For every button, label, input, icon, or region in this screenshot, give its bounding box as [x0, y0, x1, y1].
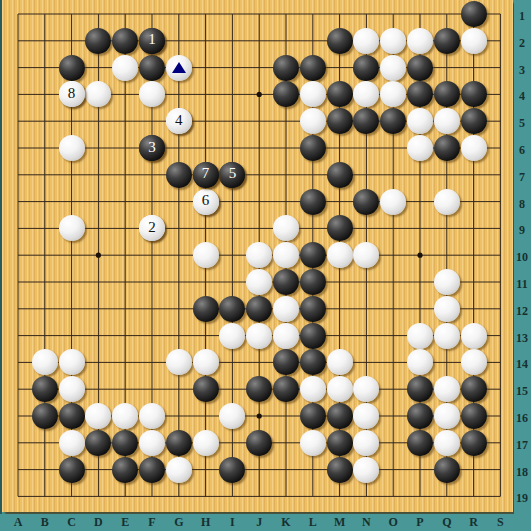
black-stone-R17[interactable]: ●: [461, 430, 487, 456]
row-label-17: 17: [516, 437, 528, 452]
row-label-14: 14: [516, 357, 528, 372]
row-label-11: 11: [516, 277, 527, 292]
move-1-black-stone[interactable]: 1: [139, 28, 165, 54]
row-label-3: 3: [519, 62, 525, 77]
black-stone-L8[interactable]: ●: [300, 189, 326, 215]
white-stone-Q12[interactable]: ○: [434, 296, 460, 322]
black-stone-Q2[interactable]: ●: [434, 28, 460, 54]
move-number-label: 3: [148, 140, 156, 155]
black-stone-G17[interactable]: ●: [166, 430, 192, 456]
white-stone-C15[interactable]: ○: [59, 376, 85, 402]
black-stone-B15[interactable]: ●: [32, 376, 58, 402]
black-stone-P3[interactable]: ●: [407, 55, 433, 81]
black-stone-R15[interactable]: ●: [461, 376, 487, 402]
white-stone-F16[interactable]: ○: [139, 403, 165, 429]
black-stone-M5[interactable]: ●: [327, 108, 353, 134]
white-stone-F17[interactable]: ○: [139, 430, 165, 456]
black-stone-H12[interactable]: ●: [193, 296, 219, 322]
black-stone-L16[interactable]: ●: [300, 403, 326, 429]
column-label-I: I: [230, 515, 235, 530]
column-label-E: E: [121, 515, 129, 530]
white-stone-O3[interactable]: ○: [380, 55, 406, 81]
row-label-15: 15: [516, 384, 528, 399]
black-stone-R1[interactable]: ●: [461, 1, 487, 27]
column-label-P: P: [416, 515, 423, 530]
white-stone-M14[interactable]: ○: [327, 349, 353, 375]
white-stone-Q15[interactable]: ○: [434, 376, 460, 402]
move-4-white-stone[interactable]: 4: [166, 108, 192, 134]
black-stone-L12[interactable]: ●: [300, 296, 326, 322]
column-label-O: O: [389, 515, 398, 530]
column-label-G: G: [174, 515, 183, 530]
row-label-10: 10: [516, 250, 528, 265]
black-stone-L13[interactable]: ●: [300, 323, 326, 349]
column-label-Q: Q: [442, 515, 451, 530]
column-label-H: H: [201, 515, 210, 530]
row-label-18: 18: [516, 464, 528, 479]
black-stone-E18[interactable]: ●: [112, 457, 138, 483]
black-stone-G7[interactable]: ●: [166, 162, 192, 188]
black-stone-L10[interactable]: ●: [300, 242, 326, 268]
move-number-label: 5: [229, 166, 237, 181]
move-number-label: 6: [202, 193, 210, 208]
row-label-9: 9: [519, 223, 525, 238]
white-stone-E3[interactable]: ○: [112, 55, 138, 81]
black-stone-P15[interactable]: ●: [407, 376, 433, 402]
white-stone-C6[interactable]: ○: [59, 135, 85, 161]
white-stone-R13[interactable]: ○: [461, 323, 487, 349]
black-stone-K15[interactable]: ●: [273, 376, 299, 402]
white-stone-Q17[interactable]: ○: [434, 430, 460, 456]
black-stone-L14[interactable]: ●: [300, 349, 326, 375]
black-stone-H15[interactable]: ●: [193, 376, 219, 402]
white-stone-H10[interactable]: ○: [193, 242, 219, 268]
row-label-1: 1: [519, 9, 525, 24]
white-stone-C9[interactable]: ○: [59, 215, 85, 241]
column-label-K: K: [281, 515, 290, 530]
row-label-8: 8: [519, 196, 525, 211]
black-stone-J17[interactable]: ●: [246, 430, 272, 456]
white-stone-G14[interactable]: ○: [166, 349, 192, 375]
white-stone-L4[interactable]: ○: [300, 81, 326, 107]
row-label-6: 6: [519, 143, 525, 158]
white-stone-Q13[interactable]: ○: [434, 323, 460, 349]
white-stone-E16[interactable]: ○: [112, 403, 138, 429]
black-stone-Q18[interactable]: ●: [434, 457, 460, 483]
row-label-7: 7: [519, 169, 525, 184]
black-stone-P17[interactable]: ●: [407, 430, 433, 456]
white-stone-Q16[interactable]: ○: [434, 403, 460, 429]
black-stone-L3[interactable]: ●: [300, 55, 326, 81]
black-stone-P16[interactable]: ●: [407, 403, 433, 429]
row-label-5: 5: [519, 116, 525, 131]
white-stone-J11[interactable]: ○: [246, 269, 272, 295]
column-label-M: M: [334, 515, 345, 530]
black-stone-D2[interactable]: ●: [85, 28, 111, 54]
white-stone-N2[interactable]: ○: [353, 28, 379, 54]
black-stone-M7[interactable]: ●: [327, 162, 353, 188]
black-stone-Q4[interactable]: ●: [434, 81, 460, 107]
black-stone-C18[interactable]: ●: [59, 457, 85, 483]
move-number-label: 8: [68, 86, 76, 101]
black-stone-I12[interactable]: ●: [219, 296, 245, 322]
white-stone-Q11[interactable]: ○: [434, 269, 460, 295]
column-labels-strip: ABCDEFGHIJKLMNOPQRS: [0, 514, 531, 531]
black-stone-J12[interactable]: ●: [246, 296, 272, 322]
black-stone-M17[interactable]: ●: [327, 430, 353, 456]
triangle-mark-icon: [172, 62, 186, 73]
move-number-label: 1: [148, 32, 156, 47]
white-stone-C17[interactable]: ○: [59, 430, 85, 456]
white-stone-B14[interactable]: ○: [32, 349, 58, 375]
black-stone-K11[interactable]: ●: [273, 269, 299, 295]
white-stone-P2[interactable]: ○: [407, 28, 433, 54]
black-stone-N8[interactable]: ●: [353, 189, 379, 215]
column-label-N: N: [362, 515, 371, 530]
white-stone-N18[interactable]: ○: [353, 457, 379, 483]
white-stone-Q5[interactable]: ○: [434, 108, 460, 134]
white-stone-L5[interactable]: ○: [300, 108, 326, 134]
white-stone-L15[interactable]: ○: [300, 376, 326, 402]
white-stone-L17[interactable]: ○: [300, 430, 326, 456]
move-number-label: 7: [202, 166, 210, 181]
black-stone-R16[interactable]: ●: [461, 403, 487, 429]
row-label-12: 12: [516, 303, 528, 318]
column-label-R: R: [469, 515, 478, 530]
column-label-B: B: [41, 515, 49, 530]
white-stone-H17[interactable]: ○: [193, 430, 219, 456]
white-stone-P6[interactable]: ○: [407, 135, 433, 161]
black-stone-E17[interactable]: ●: [112, 430, 138, 456]
black-stone-F3[interactable]: ●: [139, 55, 165, 81]
star-point: [257, 413, 262, 418]
black-stone-M9[interactable]: ●: [327, 215, 353, 241]
black-stone-B16[interactable]: ●: [32, 403, 58, 429]
star-point: [96, 253, 101, 258]
move-8-white-stone[interactable]: 8: [59, 81, 85, 107]
row-label-2: 2: [519, 35, 525, 50]
black-stone-R5[interactable]: ●: [461, 108, 487, 134]
black-stone-I18[interactable]: ●: [219, 457, 245, 483]
column-label-F: F: [148, 515, 155, 530]
move-5-black-stone[interactable]: 5: [219, 162, 245, 188]
black-stone-C3[interactable]: ●: [59, 55, 85, 81]
black-stone-M2[interactable]: ●: [327, 28, 353, 54]
white-stone-C14[interactable]: ○: [59, 349, 85, 375]
row-label-13: 13: [516, 330, 528, 345]
white-stone-K10[interactable]: ○: [273, 242, 299, 268]
column-label-L: L: [309, 515, 317, 530]
go-board[interactable]: ●●●●●○○○●○●○●○●●●○●○○○●○●○○●●●○○●●●○○●○●…: [2, 0, 513, 512]
column-label-D: D: [94, 515, 103, 530]
row-labels-strip: 12345678910111213141516171819: [514, 0, 531, 531]
white-stone-O8[interactable]: ○: [380, 189, 406, 215]
white-stone-Q8[interactable]: ○: [434, 189, 460, 215]
column-label-A: A: [14, 515, 23, 530]
column-label-S: S: [497, 515, 504, 530]
white-stone-R14[interactable]: ○: [461, 349, 487, 375]
white-stone-K12[interactable]: ○: [273, 296, 299, 322]
black-stone-M16[interactable]: ●: [327, 403, 353, 429]
black-stone-M18[interactable]: ●: [327, 457, 353, 483]
black-stone-D17[interactable]: ●: [85, 430, 111, 456]
white-stone-K13[interactable]: ○: [273, 323, 299, 349]
row-label-16: 16: [516, 411, 528, 426]
move-7-black-stone[interactable]: 7: [193, 162, 219, 188]
white-stone-P13[interactable]: ○: [407, 323, 433, 349]
move-3-black-stone[interactable]: 3: [139, 135, 165, 161]
black-stone-C16[interactable]: ●: [59, 403, 85, 429]
move-6-white-stone[interactable]: 6: [193, 189, 219, 215]
column-label-C: C: [67, 515, 76, 530]
white-stone-H14[interactable]: ○: [193, 349, 219, 375]
black-stone-Q6[interactable]: ●: [434, 135, 460, 161]
move-number-label: 2: [148, 220, 156, 235]
white-stone-R2[interactable]: ○: [461, 28, 487, 54]
white-stone-J13[interactable]: ○: [246, 323, 272, 349]
go-game-window: ●●●●●○○○●○●○●○●●●○●○○○●○●○○●●●○○●●●○○●○●…: [0, 0, 531, 531]
white-stone-R6[interactable]: ○: [461, 135, 487, 161]
white-stone-O2[interactable]: ○: [380, 28, 406, 54]
column-label-J: J: [256, 515, 262, 530]
white-stone-N17[interactable]: ○: [353, 430, 379, 456]
black-stone-L6[interactable]: ●: [300, 135, 326, 161]
black-stone-N3[interactable]: ●: [353, 55, 379, 81]
row-label-19: 19: [516, 491, 528, 506]
black-stone-E2[interactable]: ●: [112, 28, 138, 54]
row-label-4: 4: [519, 89, 525, 104]
black-stone-M4[interactable]: ●: [327, 81, 353, 107]
star-point: [417, 253, 422, 258]
white-stone-I13[interactable]: ○: [219, 323, 245, 349]
black-stone-K3[interactable]: ●: [273, 55, 299, 81]
black-stone-F18[interactable]: ●: [139, 457, 165, 483]
white-stone-P5[interactable]: ○: [407, 108, 433, 134]
black-stone-R4[interactable]: ●: [461, 81, 487, 107]
black-stone-L11[interactable]: ●: [300, 269, 326, 295]
white-stone-M15[interactable]: ○: [327, 376, 353, 402]
star-point: [257, 92, 262, 97]
white-stone-G18[interactable]: ○: [166, 457, 192, 483]
white-stone-M10[interactable]: ○: [327, 242, 353, 268]
move-number-label: 4: [175, 113, 183, 128]
